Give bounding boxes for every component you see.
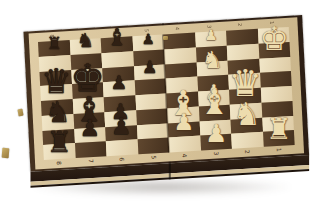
square-a6[interactable] (106, 140, 138, 157)
brass-clasp-left (2, 148, 10, 158)
square-a2[interactable] (231, 132, 263, 149)
piece-white-knight-b2[interactable]: ♞ (233, 100, 261, 131)
piece-white-bishop-c3[interactable]: ♝ (199, 84, 230, 118)
rank-label-near-5: 5 (150, 155, 156, 159)
rank-label-near-8: 8 (56, 161, 62, 165)
piece-white-pawn-a3[interactable]: ♟ (205, 122, 227, 147)
chess-set-photo: 8765432187654321 ♜♞♛♜♟♝♚♞♟♟♟♝♟♟♟♝♟♝♟♞♟♞♛… (0, 0, 310, 201)
piece-black-knight-c8[interactable]: ♞ (45, 98, 71, 127)
rank-label-near-6: 6 (119, 157, 125, 161)
piece-black-knight-h7[interactable]: ♞ (77, 31, 94, 51)
piece-white-pawn-b4[interactable]: ♟ (174, 111, 195, 134)
board-front-fold-notch (169, 163, 171, 179)
brass-hinge-far-center (163, 36, 168, 40)
square-a5[interactable] (137, 138, 169, 155)
piece-white-king-g1[interactable]: ♚ (260, 23, 289, 56)
piece-black-pawn-f5[interactable]: ♟ (142, 59, 158, 76)
rank-label-near-4: 4 (181, 153, 187, 157)
piece-black-bishop-h6[interactable]: ♝ (107, 26, 128, 49)
piece-black-pawn-h5[interactable]: ♟ (142, 32, 155, 46)
piece-black-queen-e8[interactable]: ♛ (41, 64, 72, 98)
rank-label-far-2: 2 (237, 23, 243, 27)
piece-black-rook-a8[interactable]: ♜ (46, 128, 72, 157)
piece-black-pawn-e6[interactable]: ♟ (111, 74, 128, 93)
rank-label-near-7: 7 (87, 159, 93, 163)
piece-black-pawn-b7[interactable]: ♟ (80, 116, 101, 139)
rank-label-near-3: 3 (213, 152, 219, 156)
rank-label-near-2: 2 (244, 150, 250, 154)
brass-hinge-left (17, 109, 23, 117)
square-a4[interactable] (169, 136, 201, 153)
piece-black-pawn-b6[interactable]: ♟ (111, 115, 132, 138)
rank-label-far-4: 4 (175, 27, 181, 31)
piece-white-knight-f3[interactable]: ♞ (202, 50, 223, 74)
piece-white-rook-a1[interactable]: ♜ (266, 115, 292, 144)
piece-black-rook-h8[interactable]: ♜ (47, 35, 62, 52)
square-a7[interactable] (75, 141, 107, 158)
rank-label-near-1: 1 (275, 148, 281, 152)
piece-white-pawn-h3[interactable]: ♟ (204, 28, 217, 42)
